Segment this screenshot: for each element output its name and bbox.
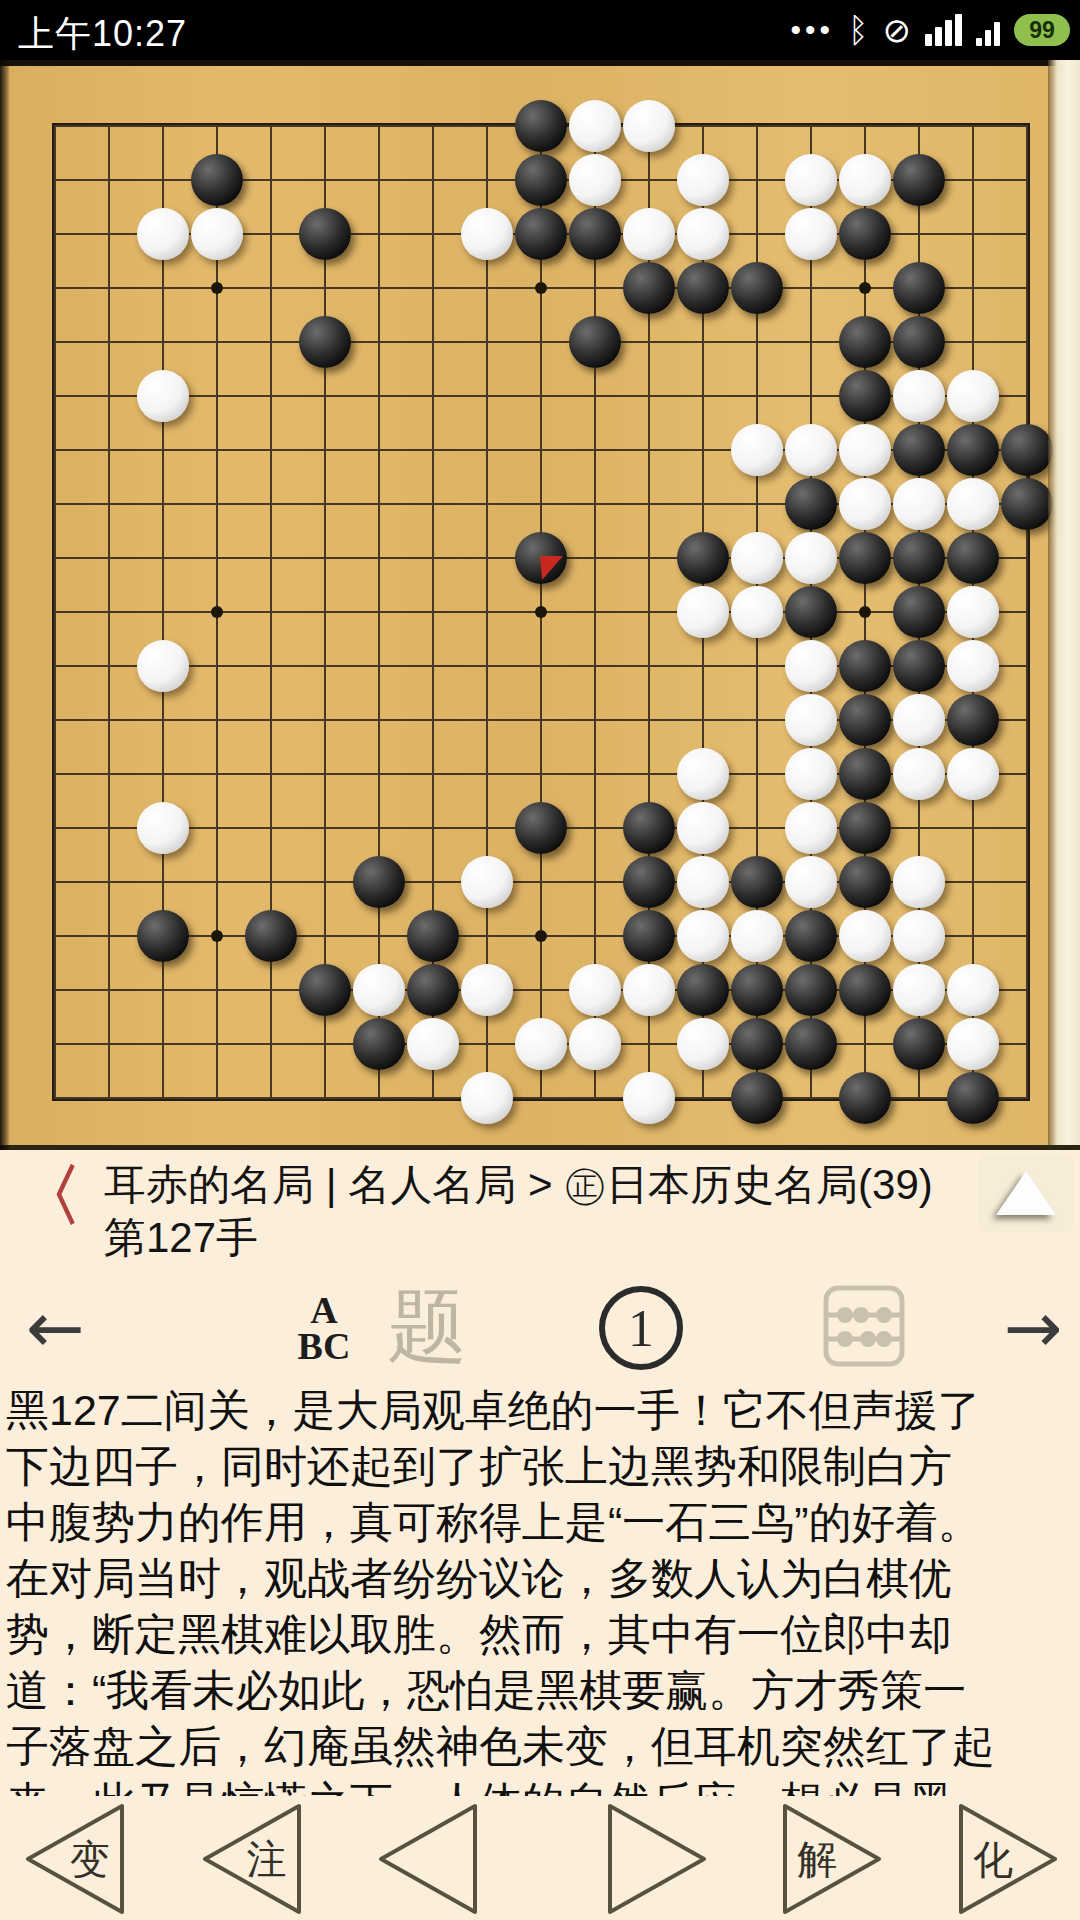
black-stone xyxy=(893,640,945,692)
commentary-line: 下边四子，同时还起到了扩张上边黑势和限制白方 xyxy=(6,1438,1074,1494)
commentary-line: 势，断定黑棋难以取胜。然而，其中有一位郎中却 xyxy=(6,1606,1074,1662)
black-stone xyxy=(299,208,351,260)
white-stone xyxy=(137,370,189,422)
white-stone xyxy=(893,964,945,1016)
black-stone xyxy=(731,964,783,1016)
white-stone xyxy=(569,964,621,1016)
white-stone xyxy=(461,1072,513,1124)
black-stone xyxy=(731,856,783,908)
white-stone xyxy=(785,856,837,908)
black-stone xyxy=(893,424,945,476)
black-stone xyxy=(839,802,891,854)
abacus-icon xyxy=(821,1283,907,1369)
black-stone xyxy=(515,532,567,584)
white-stone xyxy=(785,748,837,800)
white-stone xyxy=(947,370,999,422)
black-stone xyxy=(623,856,675,908)
white-stone xyxy=(191,208,243,260)
white-stone xyxy=(893,370,945,422)
app-screen: 上午10:27 ••• ᛒ ⊘ 99 〈 耳赤的名局 | 名人名局 > ㊣日本历… xyxy=(0,0,1080,1920)
commentary-line: 道：“我看未必如此，恐怕是黑棋要赢。方才秀策一 xyxy=(6,1662,1074,1718)
black-stone xyxy=(677,532,729,584)
black-stone xyxy=(839,208,891,260)
tool-button-变[interactable]: 变 xyxy=(18,1798,130,1920)
white-stone xyxy=(731,532,783,584)
black-stone xyxy=(947,424,999,476)
black-stone xyxy=(515,154,567,206)
lower-panel: 〈 耳赤的名局 | 名人名局 > ㊣日本历史名局(39) 第127手 ← A B… xyxy=(0,1150,1080,1920)
white-stone xyxy=(785,208,837,260)
status-bar: 上午10:27 ••• ᛒ ⊘ 99 xyxy=(0,0,1080,60)
black-stone xyxy=(785,478,837,530)
black-stone xyxy=(623,802,675,854)
white-stone xyxy=(731,424,783,476)
black-stone xyxy=(677,262,729,314)
black-stone xyxy=(839,964,891,1016)
black-stone xyxy=(515,208,567,260)
black-stone xyxy=(353,1018,405,1070)
black-stone xyxy=(299,316,351,368)
problem-button[interactable]: 题 xyxy=(387,1274,467,1382)
black-stone xyxy=(893,154,945,206)
white-stone xyxy=(623,1072,675,1124)
black-stone xyxy=(1001,424,1053,476)
white-stone xyxy=(731,910,783,962)
bottom-button-row: 变注解化 xyxy=(0,1798,1080,1920)
black-stone xyxy=(623,262,675,314)
black-stone xyxy=(515,100,567,152)
white-stone xyxy=(677,586,729,638)
notification-dots-icon: ••• xyxy=(791,13,835,47)
white-stone xyxy=(785,532,837,584)
bluetooth-icon: ᛒ xyxy=(848,11,868,50)
black-stone xyxy=(677,964,729,1016)
toolbar: ← A BC 题 1 → xyxy=(0,1268,1080,1388)
star-point xyxy=(859,282,871,294)
white-stone xyxy=(677,748,729,800)
white-stone xyxy=(461,208,513,260)
tool-button-label: 解 xyxy=(797,1832,837,1887)
coordinates-toggle-button[interactable]: A BC xyxy=(298,1292,351,1364)
black-stone xyxy=(839,532,891,584)
black-stone xyxy=(893,586,945,638)
signal-icon xyxy=(925,14,962,46)
white-stone xyxy=(623,100,675,152)
black-stone xyxy=(839,856,891,908)
white-stone xyxy=(785,694,837,746)
commentary-line: 中腹势力的作用，真可称得上是“一石三鸟”的好着。 xyxy=(6,1494,1074,1550)
white-stone xyxy=(137,208,189,260)
white-stone xyxy=(731,586,783,638)
mute-icon: ⊘ xyxy=(883,10,912,50)
black-stone xyxy=(839,748,891,800)
star-point xyxy=(211,930,223,942)
white-stone xyxy=(839,424,891,476)
abc-bottom: BC xyxy=(298,1328,351,1364)
white-stone xyxy=(947,964,999,1016)
big-prev-button[interactable] xyxy=(371,1798,483,1920)
black-stone xyxy=(1001,478,1053,530)
black-stone xyxy=(245,910,297,962)
black-stone xyxy=(785,910,837,962)
tool-button-注[interactable]: 注 xyxy=(195,1798,307,1920)
black-stone xyxy=(353,856,405,908)
white-stone xyxy=(893,856,945,908)
black-stone xyxy=(839,1072,891,1124)
black-stone xyxy=(893,532,945,584)
black-stone xyxy=(785,586,837,638)
triangle-up-icon xyxy=(996,1171,1056,1215)
black-stone xyxy=(299,964,351,1016)
collapse-board-button[interactable] xyxy=(978,1154,1074,1232)
white-stone xyxy=(893,748,945,800)
counting-abacus-button[interactable] xyxy=(821,1283,907,1373)
star-point xyxy=(535,606,547,618)
white-stone xyxy=(461,856,513,908)
white-stone xyxy=(137,640,189,692)
black-stone xyxy=(947,694,999,746)
tool-button-label: 注 xyxy=(247,1832,287,1887)
white-stone xyxy=(407,1018,459,1070)
black-stone xyxy=(569,208,621,260)
star-point xyxy=(535,930,547,942)
wifi-icon xyxy=(976,14,1000,46)
white-stone xyxy=(893,910,945,962)
board-bottom-edge xyxy=(0,1145,1080,1150)
white-stone xyxy=(677,208,729,260)
white-stone xyxy=(623,208,675,260)
black-stone xyxy=(407,910,459,962)
white-stone xyxy=(947,640,999,692)
white-stone xyxy=(677,856,729,908)
star-point xyxy=(859,606,871,618)
white-stone xyxy=(785,640,837,692)
white-stone xyxy=(461,964,513,1016)
move-number-badge[interactable]: 1 xyxy=(599,1286,683,1370)
tool-button-解[interactable]: 解 xyxy=(777,1798,889,1920)
black-stone xyxy=(893,1018,945,1070)
white-stone xyxy=(515,1018,567,1070)
white-stone xyxy=(677,154,729,206)
last-move-marker-icon xyxy=(540,556,563,580)
tool-button-化[interactable]: 化 xyxy=(953,1798,1065,1920)
goban-grid[interactable] xyxy=(54,125,1028,1099)
go-board[interactable] xyxy=(0,60,1080,1150)
board-right-edge xyxy=(1048,60,1080,1150)
white-stone xyxy=(839,154,891,206)
black-stone xyxy=(839,316,891,368)
white-stone xyxy=(677,1018,729,1070)
tool-button-label: 化 xyxy=(973,1832,1013,1887)
star-point xyxy=(535,282,547,294)
black-stone xyxy=(839,370,891,422)
white-stone xyxy=(623,964,675,1016)
big-next-button[interactable] xyxy=(602,1798,714,1920)
white-stone xyxy=(947,748,999,800)
white-stone xyxy=(839,478,891,530)
white-stone xyxy=(785,154,837,206)
next-move-button[interactable]: → xyxy=(1004,1287,1063,1369)
abc-top: A xyxy=(298,1292,351,1328)
white-stone xyxy=(569,100,621,152)
white-stone xyxy=(677,802,729,854)
black-stone xyxy=(731,1072,783,1124)
star-point xyxy=(211,606,223,618)
black-stone xyxy=(839,640,891,692)
white-stone xyxy=(569,154,621,206)
white-stone xyxy=(353,964,405,1016)
black-stone xyxy=(515,802,567,854)
white-stone xyxy=(569,1018,621,1070)
commentary-text: 黑127二间关，是大局观卓绝的一手！它不但声援了下边四子，同时还起到了扩张上边黑… xyxy=(6,1382,1074,1796)
black-stone xyxy=(785,1018,837,1070)
black-stone xyxy=(407,964,459,1016)
black-stone xyxy=(137,910,189,962)
commentary-line: 来，此乃是惊慌之下，人体的自然反应，想必是黑 xyxy=(6,1774,1074,1796)
prev-move-button[interactable]: ← xyxy=(26,1287,85,1369)
clock: 上午10:27 xyxy=(18,10,187,59)
black-stone xyxy=(839,694,891,746)
commentary-line: 黑127二间关，是大局观卓绝的一手！它不但声援了 xyxy=(6,1382,1074,1438)
breadcrumb-title: 耳赤的名局 | 名人名局 > ㊣日本历史名局(39) 第127手 xyxy=(104,1158,984,1264)
black-stone xyxy=(947,1072,999,1124)
black-stone xyxy=(569,316,621,368)
black-stone xyxy=(623,910,675,962)
black-stone xyxy=(893,262,945,314)
white-stone xyxy=(947,478,999,530)
black-stone xyxy=(893,316,945,368)
back-button[interactable]: 〈 xyxy=(16,1162,82,1228)
white-stone xyxy=(785,424,837,476)
black-stone xyxy=(947,532,999,584)
commentary-line: 子落盘之后，幻庵虽然神色未变，但耳机突然红了起 xyxy=(6,1718,1074,1774)
black-stone xyxy=(785,964,837,1016)
star-point xyxy=(211,282,223,294)
black-stone xyxy=(191,154,243,206)
black-stone xyxy=(731,1018,783,1070)
commentary-line: 在对局当时，观战者纷纷议论，多数人认为白棋优 xyxy=(6,1550,1074,1606)
white-stone xyxy=(947,1018,999,1070)
black-stone xyxy=(731,262,783,314)
white-stone xyxy=(677,910,729,962)
white-stone xyxy=(839,910,891,962)
white-stone xyxy=(893,478,945,530)
battery-indicator: 99 xyxy=(1014,14,1070,46)
white-stone xyxy=(137,802,189,854)
white-stone xyxy=(785,802,837,854)
tool-button-label: 变 xyxy=(70,1832,110,1887)
white-stone xyxy=(947,586,999,638)
white-stone xyxy=(893,694,945,746)
status-icons: ••• ᛒ ⊘ 99 xyxy=(791,0,1070,60)
